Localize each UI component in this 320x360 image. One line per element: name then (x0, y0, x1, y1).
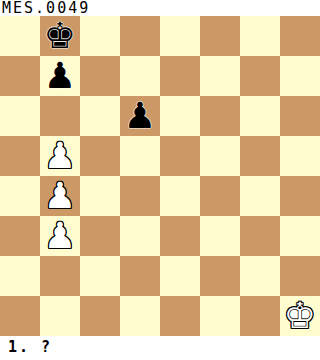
square-h1[interactable]: ♚ (280, 296, 320, 336)
square-b6[interactable] (40, 96, 80, 136)
square-b7[interactable]: ♟ (40, 56, 80, 96)
square-f2[interactable] (200, 256, 240, 296)
white-pawn: ♟ (44, 176, 76, 216)
square-g3[interactable] (240, 216, 280, 256)
square-d6[interactable]: ♟ (120, 96, 160, 136)
square-f5[interactable] (200, 136, 240, 176)
square-c8[interactable] (80, 16, 120, 56)
square-a7[interactable] (0, 56, 40, 96)
square-a3[interactable] (0, 216, 40, 256)
square-c4[interactable] (80, 176, 120, 216)
square-h2[interactable] (280, 256, 320, 296)
square-b1[interactable] (40, 296, 80, 336)
square-b5[interactable]: ♟ (40, 136, 80, 176)
square-c1[interactable] (80, 296, 120, 336)
puzzle-id-label: MES.0049 (0, 0, 320, 16)
square-h3[interactable] (280, 216, 320, 256)
square-g7[interactable] (240, 56, 280, 96)
square-g5[interactable] (240, 136, 280, 176)
square-e1[interactable] (160, 296, 200, 336)
square-g6[interactable] (240, 96, 280, 136)
square-a2[interactable] (0, 256, 40, 296)
square-h8[interactable] (280, 16, 320, 56)
square-b8[interactable]: ♚ (40, 16, 80, 56)
square-a4[interactable] (0, 176, 40, 216)
square-d3[interactable] (120, 216, 160, 256)
square-d1[interactable] (120, 296, 160, 336)
square-d2[interactable] (120, 256, 160, 296)
header-bar: MES.0049 (0, 0, 320, 16)
square-a1[interactable] (0, 296, 40, 336)
square-a6[interactable] (0, 96, 40, 136)
square-f6[interactable] (200, 96, 240, 136)
square-g4[interactable] (240, 176, 280, 216)
move-prompt-label: 1. ? (0, 336, 320, 358)
square-f8[interactable] (200, 16, 240, 56)
square-d7[interactable] (120, 56, 160, 96)
square-h7[interactable] (280, 56, 320, 96)
square-g8[interactable] (240, 16, 280, 56)
square-e4[interactable] (160, 176, 200, 216)
square-d4[interactable] (120, 176, 160, 216)
square-e3[interactable] (160, 216, 200, 256)
chess-puzzle-window: MES.0049 ♚♟♟♟♟♟♚ 1. ? (0, 0, 320, 360)
black-pawn: ♟ (124, 96, 156, 136)
square-d8[interactable] (120, 16, 160, 56)
square-h6[interactable] (280, 96, 320, 136)
square-e5[interactable] (160, 136, 200, 176)
square-b4[interactable]: ♟ (40, 176, 80, 216)
square-c6[interactable] (80, 96, 120, 136)
square-a5[interactable] (0, 136, 40, 176)
square-f4[interactable] (200, 176, 240, 216)
square-d5[interactable] (120, 136, 160, 176)
square-c2[interactable] (80, 256, 120, 296)
square-g2[interactable] (240, 256, 280, 296)
square-e6[interactable] (160, 96, 200, 136)
square-e7[interactable] (160, 56, 200, 96)
white-pawn: ♟ (44, 136, 76, 176)
square-f1[interactable] (200, 296, 240, 336)
square-c5[interactable] (80, 136, 120, 176)
chess-board: ♚♟♟♟♟♟♚ (0, 16, 320, 336)
square-e8[interactable] (160, 16, 200, 56)
square-h4[interactable] (280, 176, 320, 216)
square-f3[interactable] (200, 216, 240, 256)
black-pawn: ♟ (44, 56, 76, 96)
square-h5[interactable] (280, 136, 320, 176)
white-king: ♚ (284, 296, 316, 336)
square-g1[interactable] (240, 296, 280, 336)
black-king: ♚ (44, 16, 76, 56)
footer-bar: 1. ? (0, 336, 320, 360)
square-b2[interactable] (40, 256, 80, 296)
square-e2[interactable] (160, 256, 200, 296)
square-a8[interactable] (0, 16, 40, 56)
white-pawn: ♟ (44, 216, 76, 256)
square-f7[interactable] (200, 56, 240, 96)
square-c3[interactable] (80, 216, 120, 256)
square-b3[interactable]: ♟ (40, 216, 80, 256)
square-c7[interactable] (80, 56, 120, 96)
